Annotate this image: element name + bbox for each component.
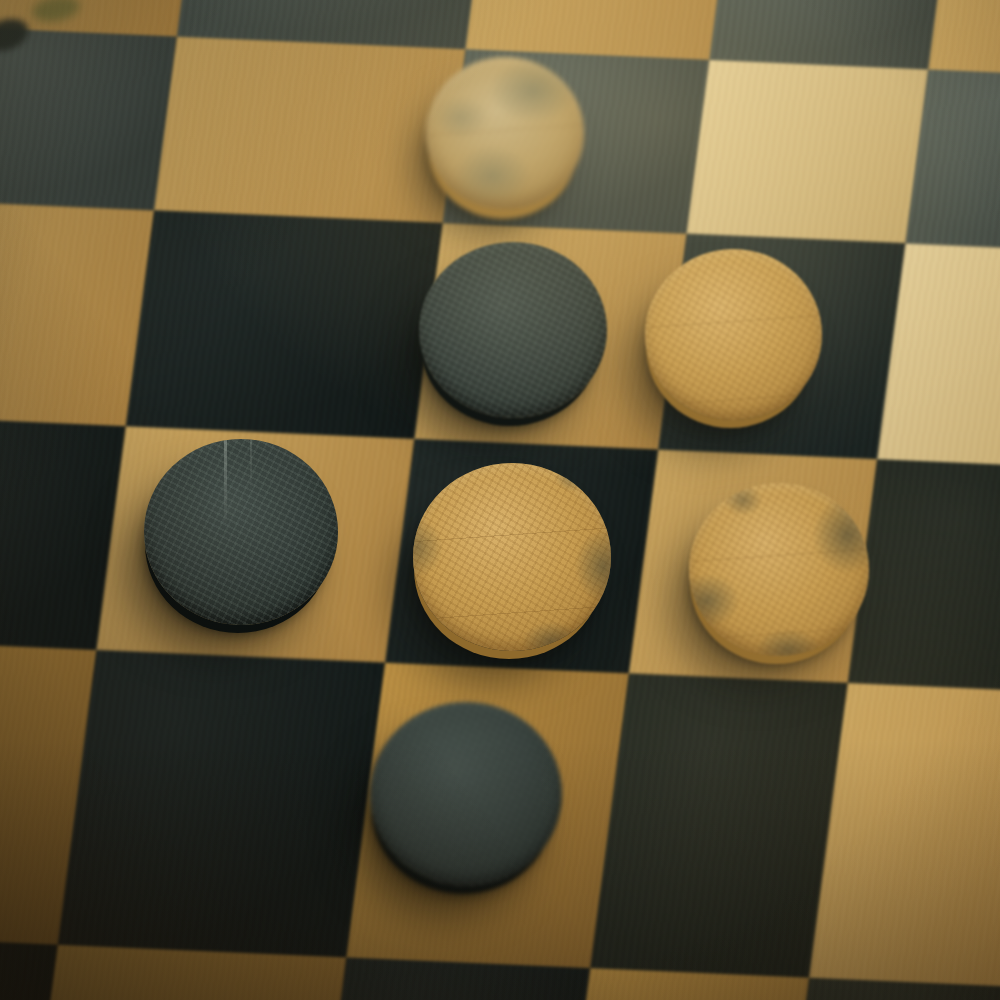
checkers-pieces: ⛀⛂⛀⛂⛀⛀⛂ — [0, 0, 1000, 1000]
checkers-photo-scene: ⛀⛂⛀⛂⛀⛀⛂ — [0, 0, 1000, 1000]
checker-dark-p2[interactable]: ⛂ — [419, 242, 607, 418]
checker-light-p6[interactable]: ⛀ — [689, 483, 869, 656]
checker-light-p5[interactable]: ⛀ — [413, 463, 611, 651]
checker-light-p3[interactable]: ⛀ — [645, 249, 822, 420]
checker-dark-p4[interactable]: ⛂ — [144, 439, 338, 625]
checker-light-p1[interactable]: ⛀ — [426, 57, 584, 209]
checker-dark-p7[interactable]: ⛂ — [370, 702, 562, 886]
